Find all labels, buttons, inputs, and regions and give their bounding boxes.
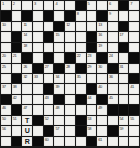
cell-r4c6[interactable]: 15 <box>54 32 64 41</box>
clue-number: 59 <box>120 126 123 131</box>
clue-number: 42 <box>13 95 16 100</box>
black-cell-r10c6 <box>54 95 64 104</box>
cell-r6c4[interactable] <box>33 53 43 62</box>
cell-r10c5[interactable]: 43 <box>44 95 54 104</box>
clue-number: 47 <box>23 105 26 110</box>
black-cell-r13c5 <box>44 126 54 135</box>
clue-number: 26 <box>23 64 26 69</box>
cell-r4c8[interactable] <box>76 32 86 41</box>
cell-r8c7[interactable] <box>65 74 75 83</box>
cell-r6c2[interactable]: 21 <box>12 53 22 62</box>
cell-r7c10[interactable]: 30 <box>97 64 107 73</box>
cell-r7c2[interactable] <box>12 64 22 73</box>
clue-number: 61 <box>98 137 101 142</box>
cell-r4c4[interactable] <box>33 32 43 41</box>
cell-r10c4[interactable] <box>33 95 43 104</box>
cell-r11c8[interactable] <box>76 105 86 114</box>
clue-number: 15 <box>55 32 58 37</box>
cell-r9c3[interactable] <box>22 84 32 93</box>
cell-r3c8[interactable] <box>76 22 86 31</box>
filled-letter: R <box>22 137 32 146</box>
cell-r11c4[interactable] <box>33 105 43 114</box>
cell-r8c6[interactable]: 34 <box>54 74 64 83</box>
cell-r4c13[interactable] <box>129 32 139 41</box>
clue-number: 44 <box>88 95 91 100</box>
cell-r1c6[interactable]: 4 <box>54 1 64 10</box>
cell-r1c5[interactable] <box>44 1 54 10</box>
black-cell-r13c11 <box>108 126 118 135</box>
clue-number: 5 <box>88 1 90 6</box>
clue-number: 58 <box>88 126 91 131</box>
black-cell-r10c1 <box>1 95 11 104</box>
clue-number: 46 <box>2 105 5 110</box>
cell-r12c10[interactable] <box>97 116 107 125</box>
cell-r14c12[interactable] <box>119 137 129 146</box>
black-cell-r7c6 <box>54 64 64 73</box>
black-cell-r6c13 <box>129 53 139 62</box>
clue-number: 21 <box>13 53 16 58</box>
cell-r10c13[interactable] <box>129 95 139 104</box>
cell-r9c2[interactable]: 38 <box>12 84 22 93</box>
cell-r14c6[interactable] <box>54 137 64 146</box>
cell-r6c8[interactable]: 22 <box>76 53 86 62</box>
clue-number: 40 <box>98 84 101 89</box>
cell-r13c13[interactable] <box>129 126 139 135</box>
black-cell-r7c4 <box>33 64 43 73</box>
clue-number: 55 <box>130 116 133 121</box>
cell-r3c7[interactable]: 12 <box>65 22 75 31</box>
clue-number: 7 <box>130 1 132 6</box>
cell-r14c5[interactable]: 60 <box>44 137 54 146</box>
black-cell-r11c12 <box>119 105 129 114</box>
cell-r4c12[interactable]: 17 <box>119 32 129 41</box>
cell-r3c1[interactable]: 10 <box>1 22 11 31</box>
clue-number: 45 <box>109 95 112 100</box>
clue-number: 52 <box>45 116 48 121</box>
black-cell-r8c13 <box>129 74 139 83</box>
black-cell-r6c5 <box>44 53 54 62</box>
clue-number: 17 <box>120 32 123 37</box>
cell-r11c3[interactable]: 47 <box>22 105 32 114</box>
cell-r13c4[interactable] <box>33 126 43 135</box>
cell-r8c4[interactable]: 33 <box>33 74 43 83</box>
cell-r2c8[interactable]: 8 <box>76 11 86 20</box>
black-cell-r3c6 <box>54 22 64 31</box>
cell-r8c9[interactable] <box>87 74 97 83</box>
cell-r3c2[interactable] <box>12 22 22 31</box>
cell-r6c11[interactable]: 24 <box>108 53 118 62</box>
cell-r9c10[interactable]: 40 <box>97 84 107 93</box>
cell-r2c6[interactable] <box>54 11 64 20</box>
black-cell-r6c3 <box>22 53 32 62</box>
black-cell-r5c2 <box>12 43 22 52</box>
black-cell-r11c13 <box>129 105 139 114</box>
cell-r9c8[interactable] <box>76 84 86 93</box>
clue-number: 57 <box>55 126 58 131</box>
cell-r4c3[interactable]: 14 <box>22 32 32 41</box>
cell-r4c11[interactable] <box>108 32 118 41</box>
cell-r12c7[interactable] <box>65 116 75 125</box>
black-cell-r2c5 <box>44 11 54 20</box>
cell-r6c12[interactable] <box>119 53 129 62</box>
black-cell-r1c8 <box>76 1 86 10</box>
black-cell-r7c11 <box>108 64 118 73</box>
cell-r7c13[interactable] <box>129 64 139 73</box>
black-cell-r5c12 <box>119 43 129 52</box>
black-cell-r2c7 <box>65 11 75 20</box>
clue-number: 51 <box>13 116 16 121</box>
cell-r6c6[interactable] <box>54 53 64 62</box>
cell-r9c1[interactable]: 37 <box>1 84 11 93</box>
cell-r14c3[interactable]: R <box>22 137 32 146</box>
cell-r3c11[interactable] <box>108 22 118 31</box>
cell-r5c7[interactable] <box>65 43 75 52</box>
cell-r12c1[interactable]: 50 <box>1 116 11 125</box>
cell-r11c9[interactable] <box>87 105 97 114</box>
black-cell-r14c9 <box>87 137 97 146</box>
cell-r3c3[interactable]: 11 <box>22 22 32 31</box>
cell-r5c5[interactable] <box>44 43 54 52</box>
cell-r9c13[interactable]: 41 <box>129 84 139 93</box>
clue-number: 54 <box>120 116 123 121</box>
cell-r9c4[interactable] <box>33 84 43 93</box>
black-cell-r11c11 <box>108 105 118 114</box>
cell-r13c3[interactable]: U <box>22 126 32 135</box>
black-cell-r13c8 <box>76 126 86 135</box>
cell-r10c7[interactable] <box>65 95 75 104</box>
clue-number: 9 <box>109 11 111 16</box>
black-cell-r4c2 <box>12 32 22 41</box>
black-cell-r1c12 <box>119 1 129 10</box>
cell-r12c13[interactable]: 55 <box>129 116 139 125</box>
cell-r13c1[interactable]: 56 <box>1 126 11 135</box>
clue-number: 10 <box>2 22 5 27</box>
cell-r9c6[interactable]: 39 <box>54 84 64 93</box>
cell-r11c10[interactable]: 49 <box>97 105 107 114</box>
cell-r14c11[interactable] <box>108 137 118 146</box>
cell-r14c13[interactable] <box>129 137 139 146</box>
black-cell-r7c8 <box>76 64 86 73</box>
cell-r3c5[interactable] <box>44 22 54 31</box>
clue-number: 34 <box>55 74 58 79</box>
cell-r9c11[interactable] <box>108 84 118 93</box>
cell-r11c1[interactable]: 46 <box>1 105 11 114</box>
cell-r7c5[interactable]: 27 <box>44 64 54 73</box>
cell-r2c11[interactable]: 9 <box>108 11 118 20</box>
cell-r14c8[interactable] <box>76 137 86 146</box>
clue-number: 29 <box>88 64 91 69</box>
black-cell-r9c9 <box>87 84 97 93</box>
cell-r2c4[interactable] <box>33 11 43 20</box>
cell-r12c12[interactable]: 54 <box>119 116 129 125</box>
cell-r12c11[interactable] <box>108 116 118 125</box>
clue-number: 30 <box>98 64 101 69</box>
cell-r3c4[interactable] <box>33 22 43 31</box>
cell-r12c9[interactable]: 53 <box>87 116 97 125</box>
clue-number: 16 <box>98 32 101 37</box>
cell-r1c10[interactable] <box>97 1 107 10</box>
clue-number: 32 <box>23 74 26 79</box>
cell-r10c2[interactable]: 42 <box>12 95 22 104</box>
clue-number: 27 <box>45 64 48 69</box>
black-cell-r6c10 <box>97 53 107 62</box>
black-cell-r2c10 <box>97 11 107 20</box>
black-cell-r14c2 <box>12 137 22 146</box>
cell-r8c10[interactable] <box>97 74 107 83</box>
cell-r13c10[interactable] <box>97 126 107 135</box>
cell-r10c11[interactable]: 45 <box>108 95 118 104</box>
black-cell-r9c5 <box>44 84 54 93</box>
cell-r13c9[interactable]: 58 <box>87 126 97 135</box>
black-cell-r12c4 <box>33 116 43 125</box>
clue-number: 13 <box>98 22 101 27</box>
clue-number: 41 <box>130 84 133 89</box>
cell-r7c12[interactable]: 31 <box>119 64 129 73</box>
clue-number: 38 <box>13 84 16 89</box>
clue-number: 31 <box>120 64 123 69</box>
clue-number: 60 <box>45 137 48 142</box>
black-cell-r4c5 <box>44 32 54 41</box>
cell-r5c3[interactable]: 18 <box>22 43 32 52</box>
cell-r3c13[interactable] <box>129 22 139 31</box>
cell-r5c1[interactable] <box>1 43 11 52</box>
cell-r10c12[interactable] <box>119 95 129 104</box>
black-cell-r8c2 <box>12 74 22 83</box>
cell-r5c13[interactable] <box>129 43 139 52</box>
cell-r1c1[interactable]: 1 <box>1 1 11 10</box>
cell-r1c3[interactable] <box>22 1 32 10</box>
cell-r8c11[interactable]: 36 <box>108 74 118 83</box>
cell-r6c9[interactable]: 23 <box>87 53 97 62</box>
cell-r12c2[interactable]: 51 <box>12 116 22 125</box>
clue-number: 4 <box>55 1 57 6</box>
clue-number: 24 <box>109 53 112 58</box>
clue-number: 28 <box>66 64 69 69</box>
cell-r3c9[interactable] <box>87 22 97 31</box>
cell-r7c9[interactable]: 29 <box>87 64 97 73</box>
cell-r2c13[interactable] <box>129 11 139 20</box>
black-cell-r12c8 <box>76 116 86 125</box>
clue-number: 3 <box>34 1 36 6</box>
cell-r3c10[interactable]: 13 <box>97 22 107 31</box>
clue-number: 25 <box>2 64 5 69</box>
black-cell-r10c10 <box>97 95 107 104</box>
filled-letter: T <box>22 116 32 125</box>
clue-number: 53 <box>88 116 91 121</box>
cell-r1c11[interactable]: 6 <box>108 1 118 10</box>
clue-number: 11 <box>23 22 26 27</box>
black-cell-r2c1 <box>1 11 11 20</box>
cell-r6c1[interactable]: 20 <box>1 53 11 62</box>
cell-r14c7[interactable] <box>65 137 75 146</box>
clue-number: 35 <box>77 74 80 79</box>
cell-r10c3[interactable] <box>22 95 32 104</box>
cell-r14c10[interactable]: 61 <box>97 137 107 146</box>
clue-number: 14 <box>23 32 26 37</box>
clue-number: 48 <box>55 105 58 110</box>
cell-r1c4[interactable]: 3 <box>33 1 43 10</box>
black-cell-r10c8 <box>76 95 86 104</box>
cell-r13c2[interactable] <box>12 126 22 135</box>
clue-number: 36 <box>109 74 112 79</box>
clue-number: 18 <box>23 43 26 48</box>
cell-r13c7[interactable] <box>65 126 75 135</box>
black-cell-r2c3 <box>22 11 32 20</box>
clue-number: 50 <box>2 116 5 121</box>
black-cell-r4c9 <box>87 32 97 41</box>
black-cell-r3c12 <box>119 22 129 31</box>
clue-number: 39 <box>55 84 58 89</box>
black-cell-r5c9 <box>87 43 97 52</box>
clue-number: 49 <box>98 105 101 110</box>
cell-r12c3[interactable]: T <box>22 116 32 125</box>
cell-r7c3[interactable]: 26 <box>22 64 32 73</box>
cell-r9c7[interactable] <box>65 84 75 93</box>
clue-number: 1 <box>2 1 4 6</box>
cell-r5c10[interactable]: 19 <box>97 43 107 52</box>
cell-r8c12[interactable] <box>119 74 129 83</box>
cell-r1c7[interactable] <box>65 1 75 10</box>
cell-r1c9[interactable]: 5 <box>87 1 97 10</box>
clue-number: 22 <box>77 53 80 58</box>
cell-r4c10[interactable]: 16 <box>97 32 107 41</box>
cell-r5c11[interactable] <box>108 43 118 52</box>
crossword-grid: 1234567891011121314151617181920212223242… <box>0 0 140 148</box>
filled-letter: U <box>22 126 32 135</box>
cell-r2c9[interactable] <box>87 11 97 20</box>
clue-number: 6 <box>109 1 111 6</box>
clue-number: 8 <box>77 11 79 16</box>
cell-r4c1[interactable] <box>1 32 11 41</box>
clue-number: 56 <box>2 126 5 131</box>
cell-r9c12[interactable] <box>119 84 129 93</box>
cell-r7c7[interactable]: 28 <box>65 64 75 73</box>
cell-r11c7[interactable] <box>65 105 75 114</box>
cell-r8c5[interactable] <box>44 74 54 83</box>
cell-r1c13[interactable]: 7 <box>129 1 139 10</box>
cell-r10c9[interactable]: 44 <box>87 95 97 104</box>
cell-r12c6[interactable] <box>54 116 64 125</box>
clue-number: 37 <box>2 84 5 89</box>
black-cell-r6c7 <box>65 53 75 62</box>
cell-r4c7[interactable] <box>65 32 75 41</box>
clue-number: 12 <box>66 22 69 27</box>
cell-r5c4[interactable] <box>33 43 43 52</box>
cell-r2c12[interactable] <box>119 11 129 20</box>
cell-r12c5[interactable]: 52 <box>44 116 54 125</box>
cell-r13c6[interactable]: 57 <box>54 126 64 135</box>
clue-number: 19 <box>98 43 101 48</box>
cell-r2c2[interactable] <box>12 11 22 20</box>
cell-r8c1[interactable] <box>1 74 11 83</box>
cell-r1c2[interactable]: 2 <box>12 1 22 10</box>
black-cell-r14c4 <box>33 137 43 146</box>
cell-r5c6[interactable] <box>54 43 64 52</box>
cell-r8c3[interactable]: 32 <box>22 74 32 83</box>
clue-number: 33 <box>34 74 37 79</box>
cell-r14c1[interactable] <box>1 137 11 146</box>
clue-number: 23 <box>88 53 91 58</box>
cell-r11c6[interactable]: 48 <box>54 105 64 114</box>
clue-number: 2 <box>13 1 15 6</box>
cell-r8c8[interactable]: 35 <box>76 74 86 83</box>
clue-number: 43 <box>45 95 48 100</box>
clue-number: 20 <box>2 53 5 58</box>
cell-r11c5[interactable] <box>44 105 54 114</box>
black-cell-r11c2 <box>12 105 22 114</box>
cell-r5c8[interactable] <box>76 43 86 52</box>
cell-r13c12[interactable]: 59 <box>119 126 129 135</box>
cell-r7c1[interactable]: 25 <box>1 64 11 73</box>
